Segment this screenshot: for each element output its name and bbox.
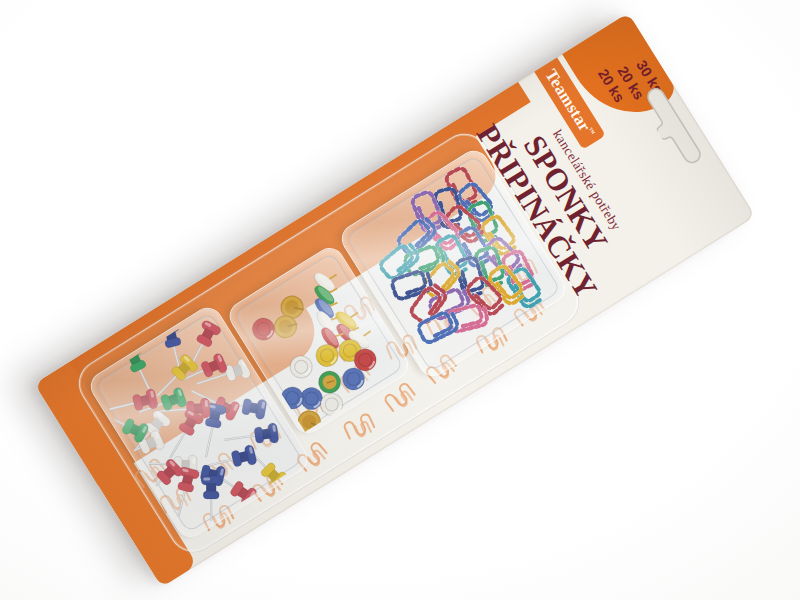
blister-card: 30 ks 20 ks 20 ks Teamstar™ kancelářské … [35, 13, 756, 587]
trademark-symbol: ™ [586, 126, 597, 136]
product-photo-scene: 30 ks 20 ks 20 ks Teamstar™ kancelářské … [0, 0, 800, 600]
push-pin [199, 476, 223, 528]
